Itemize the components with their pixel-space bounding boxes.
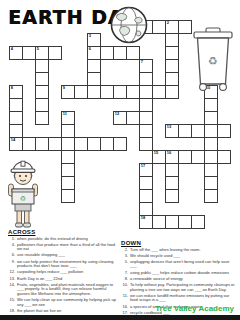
crossword-cell[interactable] [22, 46, 36, 60]
crossword-cell[interactable] [204, 124, 218, 138]
crossword-cell[interactable]: 5 [35, 46, 49, 60]
clue-number: 9 [63, 86, 65, 90]
crossword-cell[interactable] [178, 215, 192, 229]
crossword-cell[interactable] [191, 215, 205, 229]
publisher-footer: Tree Valley Academy [155, 304, 234, 313]
across-clue: 18.the planet that we live on [8, 309, 116, 314]
clue-number: 6 [89, 47, 91, 51]
crossword-cell[interactable] [139, 72, 153, 86]
crossword-cell[interactable] [74, 137, 88, 151]
crossword-cell[interactable] [152, 20, 166, 34]
crossword-cell[interactable] [61, 124, 75, 138]
crossword-cell[interactable] [204, 98, 218, 112]
globe-icon [109, 5, 149, 45]
crossword-cell[interactable] [152, 215, 166, 229]
crossword-cell[interactable]: 15 [152, 150, 166, 164]
crossword-cell[interactable] [113, 46, 127, 60]
crossword-cell[interactable] [35, 137, 49, 151]
clue-number: 5 [37, 47, 39, 51]
crossword-cell[interactable]: 4 [9, 46, 23, 60]
page-bottom-edge [0, 315, 240, 320]
crossword-cell[interactable] [217, 150, 231, 164]
down-heading: DOWN [121, 240, 235, 246]
crossword-cell[interactable]: 18 [139, 215, 153, 229]
crossword-cell[interactable] [35, 98, 49, 112]
crossword-cell[interactable]: 14 [9, 137, 23, 151]
crossword-cell[interactable] [113, 85, 127, 99]
crossword-cell[interactable]: 9 [61, 85, 75, 99]
crossword-cell[interactable] [126, 111, 140, 125]
across-clue: 13.Earth Day is on ___ 22nd [8, 277, 116, 282]
crossword-cell[interactable] [139, 202, 153, 216]
crossword-cell[interactable] [61, 150, 75, 164]
clue-number: 14 [11, 138, 15, 142]
crossword-cell[interactable]: 13 [165, 124, 179, 138]
across-clue: 9.we can help protect the environment by… [8, 260, 116, 269]
crossword-cell[interactable] [165, 59, 179, 73]
crossword-cell[interactable]: 7 [139, 59, 153, 73]
crossword-cell[interactable] [100, 137, 114, 151]
across-clue: 14.Fruits, vegetables, and plant materia… [8, 283, 116, 297]
clue-number: 3 [89, 34, 91, 38]
crossword-cell[interactable] [165, 163, 179, 177]
crossword-cell[interactable] [178, 124, 192, 138]
clue-number: 18 [141, 216, 145, 220]
crossword-cell[interactable] [139, 111, 153, 125]
crossword-cell[interactable] [152, 85, 166, 99]
crossword-cell[interactable] [9, 98, 23, 112]
crossword-cell[interactable]: 17 [139, 163, 153, 177]
crossword-cell[interactable] [9, 124, 23, 138]
across-clues-section: ACROSS 1.when possible, do this instead … [8, 229, 116, 315]
down-clue: 11.we can reduce landfill methane emissi… [121, 294, 235, 303]
clue-number: 12 [115, 112, 119, 116]
crossword-cell[interactable] [35, 59, 49, 73]
crossword-cell[interactable] [139, 176, 153, 190]
crossword-cell[interactable]: 2 [165, 20, 179, 34]
crossword-cell[interactable]: 11 [61, 111, 75, 125]
crossword-cell[interactable] [204, 137, 218, 151]
crossword-cell[interactable] [61, 163, 75, 177]
crossword-cell[interactable] [61, 137, 75, 151]
crossword-cell[interactable] [139, 137, 153, 151]
crossword-cell[interactable] [100, 46, 114, 60]
crossword-cell[interactable] [61, 176, 75, 190]
crossword-cell[interactable] [9, 111, 23, 125]
crossword-cell[interactable] [217, 124, 231, 138]
down-clue: 8.a renewable source of energy [121, 277, 235, 282]
recycle-symbol-icon: ♻ [208, 55, 218, 68]
across-clue: 1.when possible, do this instead of driv… [8, 237, 116, 242]
crossword-cell[interactable] [100, 85, 114, 99]
clue-number: 15 [154, 151, 158, 155]
crossword-cell[interactable] [204, 176, 218, 190]
across-clue-list: 1.when possible, do this instead of driv… [8, 237, 116, 314]
crossword-cell[interactable] [191, 124, 205, 138]
crossword-cell[interactable] [139, 124, 153, 138]
crossword-cell[interactable] [48, 137, 62, 151]
across-clue: 4.pollinators that produce more than a t… [8, 243, 116, 252]
crossword-cell[interactable] [165, 33, 179, 47]
crossword-cell[interactable] [113, 137, 127, 151]
across-clue: 15.We can help clean up our community by… [8, 298, 116, 307]
crossword-cell[interactable]: 3 [87, 33, 101, 47]
clue-number: 2 [167, 21, 169, 25]
across-clue: 6.use reusable shopping ___ [8, 253, 116, 258]
crossword-cell[interactable] [165, 215, 179, 229]
crossword-cell[interactable] [126, 46, 140, 60]
crossword-cell[interactable] [126, 85, 140, 99]
clue-number: 7 [141, 60, 143, 64]
crossword-cell[interactable] [22, 137, 36, 151]
kid-recycler-illustration: ♻ [4, 158, 42, 230]
clue-number: 4 [11, 47, 13, 51]
crossword-cell[interactable] [204, 163, 218, 177]
across-clue: 12.carpooling helps reduce ___ pollution [8, 270, 116, 275]
crossword-cell[interactable]: 6 [87, 46, 101, 60]
down-clue: 2.Turn off the ___ when leaving the room… [121, 248, 235, 253]
crossword-cell[interactable]: 8 [9, 85, 23, 99]
clue-number: 8 [11, 86, 13, 90]
crossword-cell[interactable]: 12 [113, 111, 127, 125]
crossword-cell[interactable] [61, 189, 75, 203]
crossword-cell[interactable] [139, 189, 153, 203]
crossword-cell[interactable] [204, 150, 218, 164]
crossword-cell[interactable] [139, 98, 153, 112]
crossword-cell[interactable] [87, 72, 101, 86]
crossword-cell[interactable] [178, 20, 192, 34]
down-clue: 10.To help without pay. Participating in… [121, 283, 235, 292]
crossword-cell[interactable] [48, 46, 62, 60]
svg-text:♻: ♻ [20, 195, 26, 203]
down-clue: 3.We should recycle used ___ [121, 254, 235, 259]
crossword-cell[interactable] [87, 85, 101, 99]
crossword-cell[interactable] [165, 85, 179, 99]
crossword-cell[interactable] [204, 111, 218, 125]
clue-number: 13 [167, 125, 171, 129]
crossword-cell[interactable] [35, 111, 49, 125]
clue-number: 11 [63, 112, 67, 116]
crossword-cell[interactable] [87, 137, 101, 151]
crossword-cell[interactable] [204, 189, 218, 203]
recycle-bin-icon: ♻ [191, 27, 236, 93]
crossword-cell[interactable] [74, 85, 88, 99]
clue-number: 16 [167, 151, 171, 155]
crossword-cell[interactable] [165, 46, 179, 60]
crossword-cell[interactable] [165, 176, 179, 190]
crossword-cell[interactable] [165, 72, 179, 86]
crossword-cell[interactable] [191, 150, 205, 164]
crossword-cell[interactable] [35, 85, 49, 99]
crossword-cell[interactable] [87, 59, 101, 73]
crossword-cell[interactable] [165, 189, 179, 203]
crossword-cell[interactable] [139, 85, 153, 99]
crossword-cell[interactable] [35, 72, 49, 86]
down-clue: 7.using public ___ helps reduce carbon d… [121, 271, 235, 276]
down-clue: 5.unplugging devices that aren't being u… [121, 260, 235, 269]
crossword-cell[interactable]: 16 [165, 150, 179, 164]
crossword-cell[interactable] [178, 150, 192, 164]
clue-number: 17 [141, 164, 145, 168]
